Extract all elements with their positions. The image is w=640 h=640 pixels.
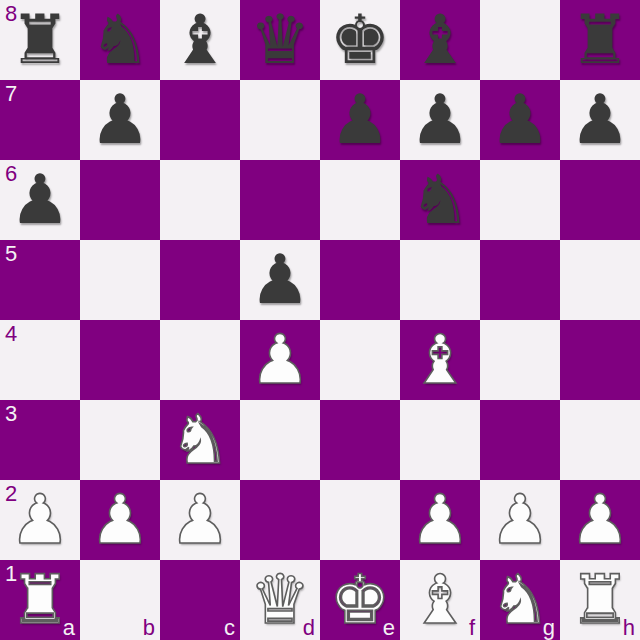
square-b4[interactable] [80, 320, 160, 400]
piece-black-knight[interactable]: ♞ [400, 160, 480, 240]
file-label-b: b [143, 615, 155, 640]
square-d8[interactable]: ♛ [240, 0, 320, 80]
square-a2[interactable]: 2♟ [0, 480, 80, 560]
piece-white-bishop[interactable]: ♝ [400, 560, 480, 640]
square-c2[interactable]: ♟ [160, 480, 240, 560]
piece-white-pawn[interactable]: ♟ [0, 480, 80, 560]
square-e2[interactable] [320, 480, 400, 560]
square-g1[interactable]: g♞ [480, 560, 560, 640]
square-e5[interactable] [320, 240, 400, 320]
piece-black-pawn[interactable]: ♟ [0, 160, 80, 240]
square-g5[interactable] [480, 240, 560, 320]
square-d3[interactable] [240, 400, 320, 480]
square-f1[interactable]: f♝ [400, 560, 480, 640]
square-f5[interactable] [400, 240, 480, 320]
square-g3[interactable] [480, 400, 560, 480]
square-e4[interactable] [320, 320, 400, 400]
square-c8[interactable]: ♝ [160, 0, 240, 80]
square-b5[interactable] [80, 240, 160, 320]
square-b6[interactable] [80, 160, 160, 240]
piece-black-pawn[interactable]: ♟ [80, 80, 160, 160]
square-f3[interactable] [400, 400, 480, 480]
square-c7[interactable] [160, 80, 240, 160]
square-f6[interactable]: ♞ [400, 160, 480, 240]
piece-black-rook[interactable]: ♜ [560, 0, 640, 80]
rank-label-7: 7 [5, 81, 17, 107]
piece-black-bishop[interactable]: ♝ [400, 0, 480, 80]
square-g8[interactable] [480, 0, 560, 80]
rank-label-3: 3 [5, 401, 17, 427]
square-d2[interactable] [240, 480, 320, 560]
square-h4[interactable] [560, 320, 640, 400]
square-b7[interactable]: ♟ [80, 80, 160, 160]
piece-white-pawn[interactable]: ♟ [560, 480, 640, 560]
rank-label-4: 4 [5, 321, 17, 347]
piece-black-bishop[interactable]: ♝ [160, 0, 240, 80]
square-g6[interactable] [480, 160, 560, 240]
square-f2[interactable]: ♟ [400, 480, 480, 560]
file-label-c: c [224, 615, 235, 640]
square-a1[interactable]: 1a♜ [0, 560, 80, 640]
square-a7[interactable]: 7 [0, 80, 80, 160]
square-h7[interactable]: ♟ [560, 80, 640, 160]
piece-black-pawn[interactable]: ♟ [480, 80, 560, 160]
piece-white-pawn[interactable]: ♟ [240, 320, 320, 400]
square-h1[interactable]: h♜ [560, 560, 640, 640]
square-f7[interactable]: ♟ [400, 80, 480, 160]
piece-white-bishop[interactable]: ♝ [400, 320, 480, 400]
square-b3[interactable] [80, 400, 160, 480]
piece-white-king[interactable]: ♚ [320, 560, 400, 640]
square-b2[interactable]: ♟ [80, 480, 160, 560]
square-c3[interactable]: ♞ [160, 400, 240, 480]
piece-black-knight[interactable]: ♞ [80, 0, 160, 80]
piece-black-pawn[interactable]: ♟ [560, 80, 640, 160]
square-f8[interactable]: ♝ [400, 0, 480, 80]
square-d5[interactable]: ♟ [240, 240, 320, 320]
square-a8[interactable]: 8♜ [0, 0, 80, 80]
square-h2[interactable]: ♟ [560, 480, 640, 560]
piece-white-rook[interactable]: ♜ [0, 560, 80, 640]
square-a5[interactable]: 5 [0, 240, 80, 320]
square-d6[interactable] [240, 160, 320, 240]
square-f4[interactable]: ♝ [400, 320, 480, 400]
piece-white-knight[interactable]: ♞ [480, 560, 560, 640]
square-c1[interactable]: c [160, 560, 240, 640]
piece-black-pawn[interactable]: ♟ [320, 80, 400, 160]
piece-black-rook[interactable]: ♜ [0, 0, 80, 80]
piece-white-queen[interactable]: ♛ [240, 560, 320, 640]
square-c6[interactable] [160, 160, 240, 240]
piece-white-pawn[interactable]: ♟ [160, 480, 240, 560]
piece-black-pawn[interactable]: ♟ [400, 80, 480, 160]
square-c5[interactable] [160, 240, 240, 320]
rank-label-5: 5 [5, 241, 17, 267]
square-g7[interactable]: ♟ [480, 80, 560, 160]
piece-black-queen[interactable]: ♛ [240, 0, 320, 80]
square-e6[interactable] [320, 160, 400, 240]
square-h5[interactable] [560, 240, 640, 320]
square-b8[interactable]: ♞ [80, 0, 160, 80]
piece-white-pawn[interactable]: ♟ [80, 480, 160, 560]
square-d1[interactable]: d♛ [240, 560, 320, 640]
piece-white-rook[interactable]: ♜ [560, 560, 640, 640]
piece-black-pawn[interactable]: ♟ [240, 240, 320, 320]
piece-white-pawn[interactable]: ♟ [400, 480, 480, 560]
square-a4[interactable]: 4 [0, 320, 80, 400]
square-h3[interactable] [560, 400, 640, 480]
square-d7[interactable] [240, 80, 320, 160]
chess-board: 8♜♞♝♛♚♝♜7♟♟♟♟♟6♟♞5♟4♟♝3♞2♟♟♟♟♟♟1a♜bcd♛e♚… [0, 0, 640, 640]
square-a6[interactable]: 6♟ [0, 160, 80, 240]
square-h8[interactable]: ♜ [560, 0, 640, 80]
square-a3[interactable]: 3 [0, 400, 80, 480]
square-h6[interactable] [560, 160, 640, 240]
square-e8[interactable]: ♚ [320, 0, 400, 80]
piece-white-knight[interactable]: ♞ [160, 400, 240, 480]
square-c4[interactable] [160, 320, 240, 400]
square-e1[interactable]: e♚ [320, 560, 400, 640]
square-b1[interactable]: b [80, 560, 160, 640]
square-g4[interactable] [480, 320, 560, 400]
square-g2[interactable]: ♟ [480, 480, 560, 560]
square-d4[interactable]: ♟ [240, 320, 320, 400]
piece-black-king[interactable]: ♚ [320, 0, 400, 80]
square-e7[interactable]: ♟ [320, 80, 400, 160]
square-e3[interactable] [320, 400, 400, 480]
piece-white-pawn[interactable]: ♟ [480, 480, 560, 560]
